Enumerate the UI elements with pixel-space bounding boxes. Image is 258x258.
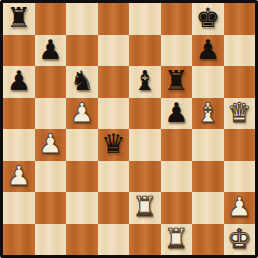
- square-f3[interactable]: [161, 161, 193, 193]
- square-d4[interactable]: ♛: [98, 129, 130, 161]
- square-b7[interactable]: ♟: [35, 35, 67, 67]
- square-h8[interactable]: [224, 3, 256, 35]
- square-c4[interactable]: [66, 129, 98, 161]
- square-b5[interactable]: [35, 98, 67, 130]
- black-pawn: ♟: [7, 66, 31, 97]
- square-f8[interactable]: [161, 3, 193, 35]
- square-e7[interactable]: [129, 35, 161, 67]
- square-c3[interactable]: [66, 161, 98, 193]
- square-b4[interactable]: ♟: [35, 129, 67, 161]
- square-c6[interactable]: ♞: [66, 66, 98, 98]
- square-h4[interactable]: [224, 129, 256, 161]
- square-d2[interactable]: [98, 192, 130, 224]
- white-bishop: ♝: [196, 98, 220, 129]
- square-g5[interactable]: ♝: [192, 98, 224, 130]
- black-queen: ♛: [101, 129, 125, 160]
- square-h2[interactable]: ♟: [224, 192, 256, 224]
- square-e1[interactable]: [129, 224, 161, 256]
- square-h7[interactable]: [224, 35, 256, 67]
- square-f1[interactable]: ♜: [161, 224, 193, 256]
- square-g7[interactable]: ♟: [192, 35, 224, 67]
- square-a7[interactable]: [3, 35, 35, 67]
- black-pawn: ♟: [196, 35, 220, 66]
- square-a6[interactable]: ♟: [3, 66, 35, 98]
- square-c1[interactable]: [66, 224, 98, 256]
- black-knight: ♞: [70, 66, 94, 97]
- square-e3[interactable]: [129, 161, 161, 193]
- square-h1[interactable]: ♚: [224, 224, 256, 256]
- square-d7[interactable]: [98, 35, 130, 67]
- square-f4[interactable]: [161, 129, 193, 161]
- square-b2[interactable]: [35, 192, 67, 224]
- square-e8[interactable]: [129, 3, 161, 35]
- black-king: ♚: [196, 3, 220, 34]
- square-f5[interactable]: ♟: [161, 98, 193, 130]
- square-c8[interactable]: [66, 3, 98, 35]
- white-rook: ♜: [164, 224, 188, 255]
- square-d6[interactable]: [98, 66, 130, 98]
- square-a5[interactable]: [3, 98, 35, 130]
- square-e5[interactable]: [129, 98, 161, 130]
- square-b1[interactable]: [35, 224, 67, 256]
- square-d5[interactable]: [98, 98, 130, 130]
- white-pawn: ♟: [70, 98, 94, 129]
- black-rook: ♜: [7, 3, 31, 34]
- white-pawn: ♟: [38, 129, 62, 160]
- square-g6[interactable]: [192, 66, 224, 98]
- square-h6[interactable]: [224, 66, 256, 98]
- chess-board-grid: ♜♚♟♟♟♞♝♜♟♟♝♛♟♛♟♜♟♜♚: [3, 3, 255, 255]
- square-e4[interactable]: [129, 129, 161, 161]
- square-b3[interactable]: [35, 161, 67, 193]
- black-pawn: ♟: [164, 98, 188, 129]
- square-c2[interactable]: [66, 192, 98, 224]
- white-pawn: ♟: [7, 161, 31, 192]
- square-a1[interactable]: [3, 224, 35, 256]
- square-d1[interactable]: [98, 224, 130, 256]
- white-queen: ♛: [227, 98, 251, 129]
- chess-board: ♜♚♟♟♟♞♝♜♟♟♝♛♟♛♟♜♟♜♚: [0, 0, 258, 258]
- white-rook: ♜: [133, 192, 157, 223]
- white-king: ♚: [227, 224, 251, 255]
- square-c7[interactable]: [66, 35, 98, 67]
- square-g4[interactable]: [192, 129, 224, 161]
- square-g8[interactable]: ♚: [192, 3, 224, 35]
- square-d3[interactable]: [98, 161, 130, 193]
- square-a4[interactable]: [3, 129, 35, 161]
- square-g3[interactable]: [192, 161, 224, 193]
- square-b6[interactable]: [35, 66, 67, 98]
- square-e2[interactable]: ♜: [129, 192, 161, 224]
- square-a8[interactable]: ♜: [3, 3, 35, 35]
- square-g1[interactable]: [192, 224, 224, 256]
- square-h3[interactable]: [224, 161, 256, 193]
- square-b8[interactable]: [35, 3, 67, 35]
- square-g2[interactable]: [192, 192, 224, 224]
- black-pawn: ♟: [38, 35, 62, 66]
- square-a3[interactable]: ♟: [3, 161, 35, 193]
- square-c5[interactable]: ♟: [66, 98, 98, 130]
- square-d8[interactable]: [98, 3, 130, 35]
- square-a2[interactable]: [3, 192, 35, 224]
- white-pawn: ♟: [227, 192, 251, 223]
- square-e6[interactable]: ♝: [129, 66, 161, 98]
- square-h5[interactable]: ♛: [224, 98, 256, 130]
- square-f2[interactable]: [161, 192, 193, 224]
- square-f6[interactable]: ♜: [161, 66, 193, 98]
- square-f7[interactable]: [161, 35, 193, 67]
- black-rook: ♜: [164, 66, 188, 97]
- black-bishop: ♝: [133, 66, 157, 97]
